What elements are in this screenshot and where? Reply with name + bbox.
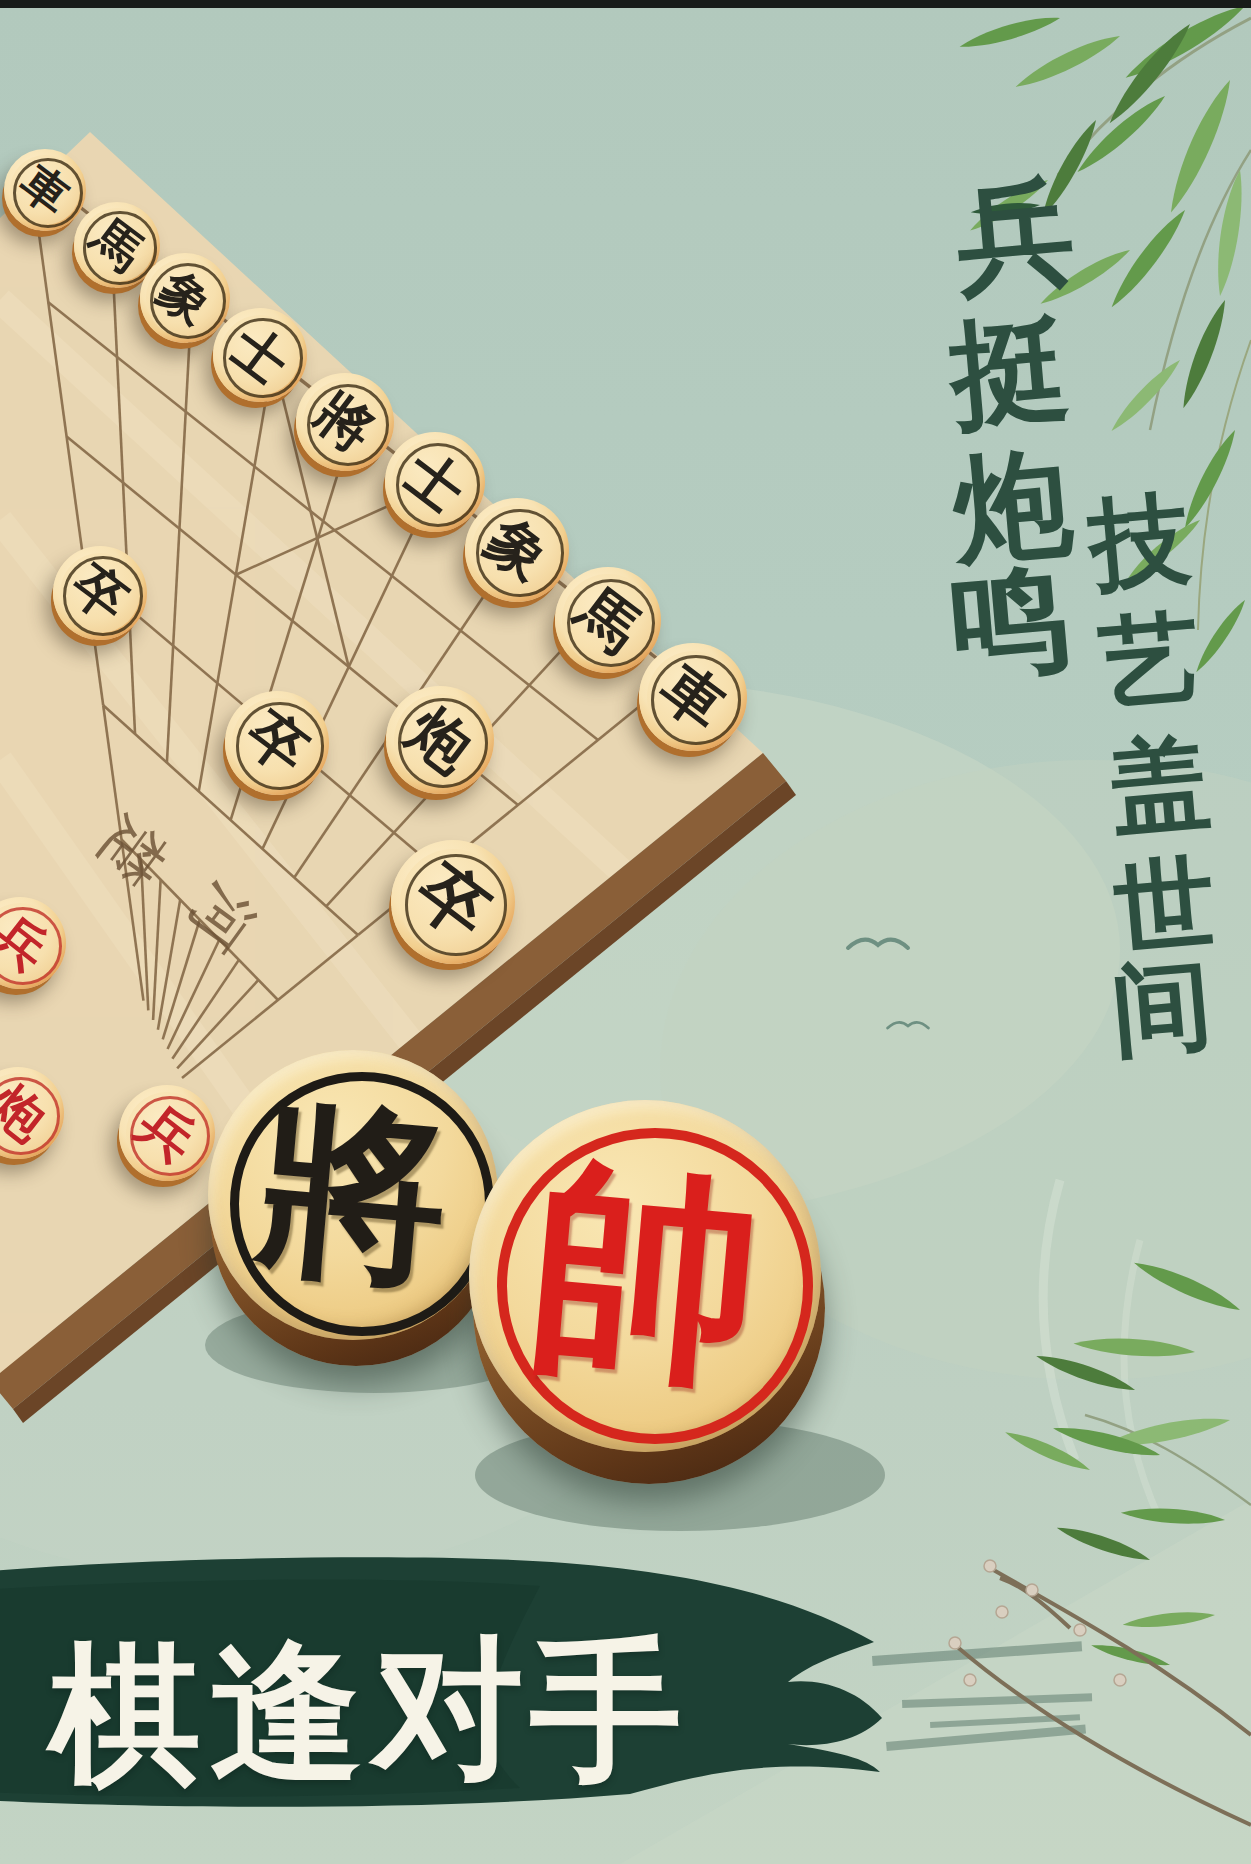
black-piece: 卒 [53,546,147,640]
black-piece: 卒 [391,840,515,964]
black-piece: 將 [296,373,394,471]
bamboo-leaf [1012,29,1124,92]
calligraphy-column-1-char: 鸣 [946,558,1074,686]
plum-blossom [964,1674,976,1686]
plum-blossom [1114,1674,1126,1686]
plum-blossom [1026,1584,1038,1596]
calligraphy-column-2-char: 间 [1108,955,1216,1063]
calligraphy-column-2-char: 技 [1086,489,1194,597]
red-piece: 兵 [119,1085,215,1181]
black-piece: 炮 [386,686,494,794]
calligraphy-column-2-char: 艺 [1096,608,1204,716]
black-piece: 車 [4,149,86,231]
plum-blossom [1074,1624,1086,1636]
plum-blossom [949,1637,961,1649]
piece-glyph: 帥 [454,1085,835,1466]
black-piece: 士 [213,308,307,402]
black-piece: 士 [385,432,485,532]
giant-black-general-piece: 將 [208,1050,498,1340]
bamboo-leaf [1106,356,1185,435]
calligraphy-column-1-char: 兵 [951,173,1079,301]
black-piece: 馬 [555,567,661,673]
giant-red-marshal-piece: 帥 [469,1100,821,1452]
plum-blossom [984,1560,996,1572]
letterbox-strip [0,0,1251,8]
calligraphy-column-1-char: 挺 [946,309,1074,437]
calligraphy-column-2-char: 盖 [1106,733,1214,841]
piece-glyph: 將 [196,1038,510,1352]
title-char: 手 [530,1634,682,1786]
bamboo-leaf [1160,76,1239,216]
bamboo-leaf [957,12,1062,53]
title-char: 逢 [210,1635,362,1787]
calligraphy-column-2-char: 世 [1111,853,1219,961]
black-piece: 象 [465,498,569,602]
bamboo-leaf [1120,0,1250,85]
plum-blossom [996,1606,1008,1618]
title-char: 对 [372,1632,524,1784]
bamboo-leaf [1175,297,1233,410]
bamboo-leaf [1055,1520,1152,1566]
black-piece: 象 [140,253,230,343]
title-char: 棋 [49,1638,201,1790]
black-piece: 卒 [225,691,329,795]
splash-screen: 楚河 車 馬 象 士 將 士 象 馬 車 炮 卒 卒 卒 兵 炮 兵 將 [0,0,1251,1864]
black-piece: 車 [639,643,747,751]
